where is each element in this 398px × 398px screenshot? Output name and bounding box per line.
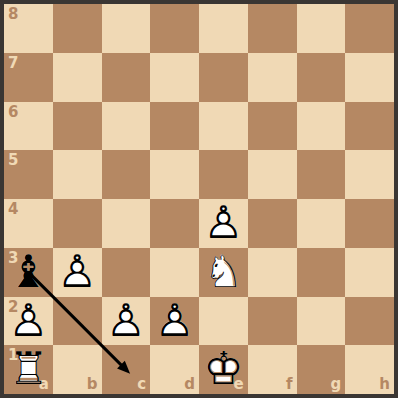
square-g3[interactable] <box>297 248 346 297</box>
white-pawn-piece[interactable]: ♟♙ <box>150 297 199 346</box>
square-h6[interactable] <box>345 102 394 151</box>
square-b8[interactable] <box>53 4 102 53</box>
square-f1[interactable]: f <box>248 345 297 394</box>
white-king-glyph-icon: ♔ <box>199 345 248 394</box>
white-rook-glyph-icon: ♜ <box>4 345 53 394</box>
square-a1[interactable]: 1a♜♖ <box>4 345 53 394</box>
square-b4[interactable] <box>53 199 102 248</box>
square-h7[interactable] <box>345 53 394 102</box>
square-d8[interactable] <box>150 4 199 53</box>
square-e5[interactable] <box>199 150 248 199</box>
file-label-d: d <box>184 377 195 392</box>
white-pawn-glyph-icon: ♟ <box>53 248 102 297</box>
square-d2[interactable]: ♟♙ <box>150 297 199 346</box>
file-label-h: h <box>379 377 390 392</box>
square-a3[interactable]: 3♗♝ <box>4 248 53 297</box>
square-c2[interactable]: ♟♙ <box>102 297 151 346</box>
white-knight-piece[interactable]: ♞♘ <box>199 248 248 297</box>
square-c3[interactable] <box>102 248 151 297</box>
white-pawn-glyph-icon: ♟ <box>4 297 53 346</box>
square-g7[interactable] <box>297 53 346 102</box>
rank-label-6: 6 <box>8 105 18 120</box>
square-b2[interactable] <box>53 297 102 346</box>
white-pawn-piece[interactable]: ♟♙ <box>102 297 151 346</box>
file-label-b: b <box>87 377 98 392</box>
square-b6[interactable] <box>53 102 102 151</box>
white-pawn-piece[interactable]: ♟♙ <box>199 199 248 248</box>
white-pawn-glyph-icon: ♙ <box>150 297 199 346</box>
white-rook-piece[interactable]: ♜♖ <box>4 345 53 394</box>
square-f3[interactable] <box>248 248 297 297</box>
file-label-g: g <box>331 377 342 392</box>
square-c5[interactable] <box>102 150 151 199</box>
rank-label-4: 4 <box>8 202 18 217</box>
square-e6[interactable] <box>199 102 248 151</box>
file-label-f: f <box>286 377 293 392</box>
square-g4[interactable] <box>297 199 346 248</box>
black-bishop-glyph-icon: ♝ <box>4 248 53 297</box>
rank-label-7: 7 <box>8 56 18 71</box>
white-pawn-piece[interactable]: ♟♙ <box>4 297 53 346</box>
white-pawn-glyph-icon: ♙ <box>199 199 248 248</box>
square-d5[interactable] <box>150 150 199 199</box>
square-d1[interactable]: d <box>150 345 199 394</box>
white-pawn-glyph-icon: ♟ <box>199 199 248 248</box>
white-pawn-glyph-icon: ♙ <box>53 248 102 297</box>
white-knight-glyph-icon: ♞ <box>199 248 248 297</box>
square-a7[interactable]: 7 <box>4 53 53 102</box>
white-pawn-piece[interactable]: ♟♙ <box>53 248 102 297</box>
black-bishop-piece[interactable]: ♗♝ <box>4 248 53 297</box>
square-d3[interactable] <box>150 248 199 297</box>
white-pawn-glyph-icon: ♟ <box>102 297 151 346</box>
white-pawn-glyph-icon: ♙ <box>102 297 151 346</box>
square-e4[interactable]: ♟♙ <box>199 199 248 248</box>
black-bishop-glyph-icon: ♗ <box>4 248 53 297</box>
square-f7[interactable] <box>248 53 297 102</box>
square-a2[interactable]: 2♟♙ <box>4 297 53 346</box>
rank-label-8: 8 <box>8 7 18 22</box>
square-b7[interactable] <box>53 53 102 102</box>
square-e2[interactable] <box>199 297 248 346</box>
square-a5[interactable]: 5 <box>4 150 53 199</box>
square-g6[interactable] <box>297 102 346 151</box>
chess-board-wrap: 87654♟♙3♗♝♟♙♞♘2♟♙♟♙♟♙1a♜♖bcde♚♔fgh <box>0 0 398 398</box>
square-g8[interactable] <box>297 4 346 53</box>
square-h1[interactable]: h <box>345 345 394 394</box>
square-e7[interactable] <box>199 53 248 102</box>
square-c6[interactable] <box>102 102 151 151</box>
square-h3[interactable] <box>345 248 394 297</box>
square-f2[interactable] <box>248 297 297 346</box>
square-c7[interactable] <box>102 53 151 102</box>
square-c4[interactable] <box>102 199 151 248</box>
file-label-c: c <box>137 377 146 392</box>
square-c8[interactable] <box>102 4 151 53</box>
rank-label-5: 5 <box>8 153 18 168</box>
square-f8[interactable] <box>248 4 297 53</box>
square-h4[interactable] <box>345 199 394 248</box>
square-a8[interactable]: 8 <box>4 4 53 53</box>
square-d6[interactable] <box>150 102 199 151</box>
white-pawn-glyph-icon: ♙ <box>4 297 53 346</box>
white-pawn-glyph-icon: ♟ <box>150 297 199 346</box>
square-d7[interactable] <box>150 53 199 102</box>
square-f4[interactable] <box>248 199 297 248</box>
chess-board: 87654♟♙3♗♝♟♙♞♘2♟♙♟♙♟♙1a♜♖bcde♚♔fgh <box>0 0 398 398</box>
square-h8[interactable] <box>345 4 394 53</box>
square-a6[interactable]: 6 <box>4 102 53 151</box>
white-knight-glyph-icon: ♘ <box>199 248 248 297</box>
square-f6[interactable] <box>248 102 297 151</box>
white-king-piece[interactable]: ♚♔ <box>199 345 248 394</box>
square-c1[interactable]: c <box>102 345 151 394</box>
square-b5[interactable] <box>53 150 102 199</box>
square-h5[interactable] <box>345 150 394 199</box>
square-e3[interactable]: ♞♘ <box>199 248 248 297</box>
square-g2[interactable] <box>297 297 346 346</box>
square-e8[interactable] <box>199 4 248 53</box>
square-f5[interactable] <box>248 150 297 199</box>
square-b1[interactable]: b <box>53 345 102 394</box>
square-b3[interactable]: ♟♙ <box>53 248 102 297</box>
square-a4[interactable]: 4 <box>4 199 53 248</box>
white-rook-glyph-icon: ♖ <box>4 345 53 394</box>
square-g1[interactable]: g <box>297 345 346 394</box>
square-d4[interactable] <box>150 199 199 248</box>
square-g5[interactable] <box>297 150 346 199</box>
square-h2[interactable] <box>345 297 394 346</box>
white-king-glyph-icon: ♚ <box>199 345 248 394</box>
square-e1[interactable]: e♚♔ <box>199 345 248 394</box>
